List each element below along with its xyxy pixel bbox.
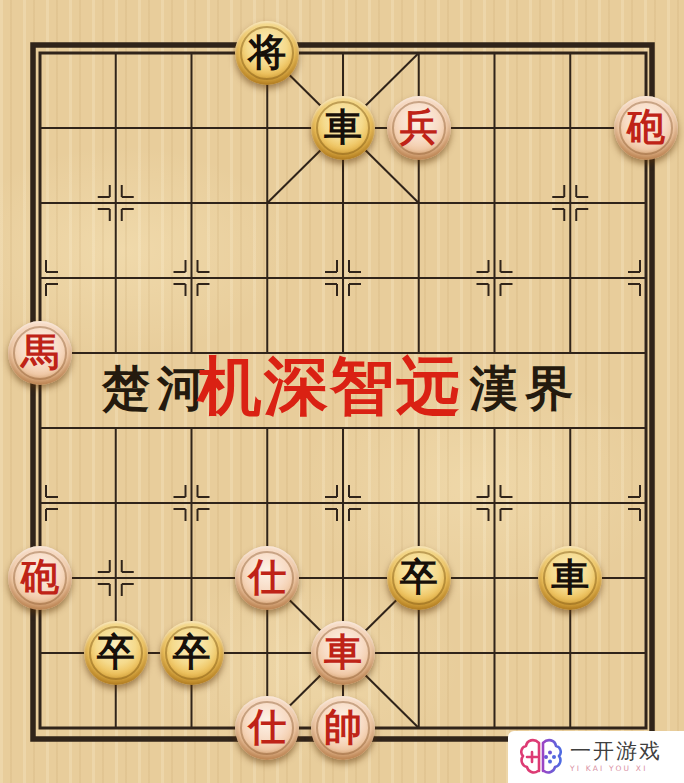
red-advisor[interactable]: 仕 — [235, 696, 299, 760]
pieces-layer: 将車兵砲馬砲仕卒車卒卒車仕帥 — [2, 16, 684, 766]
black-soldier[interactable]: 卒 — [387, 546, 451, 610]
black-soldier[interactable]: 卒 — [84, 621, 148, 685]
app-logo-watermark: 一开游戏 YI KAI YOU XI — [508, 731, 684, 783]
piece-glyph: 兵 — [400, 108, 438, 146]
piece-glyph: 将 — [248, 33, 286, 71]
piece-glyph: 車 — [324, 108, 362, 146]
piece-glyph: 砲 — [21, 558, 59, 596]
piece-glyph: 卒 — [400, 558, 438, 596]
piece-glyph: 砲 — [627, 108, 665, 146]
black-soldier[interactable]: 卒 — [160, 621, 224, 685]
logo-text: 一开游戏 YI KAI YOU XI — [570, 741, 662, 773]
red-soldier[interactable]: 兵 — [387, 96, 451, 160]
black-general[interactable]: 将 — [235, 21, 299, 85]
piece-glyph: 馬 — [21, 333, 59, 371]
red-advisor[interactable]: 仕 — [235, 546, 299, 610]
piece-glyph: 車 — [324, 633, 362, 671]
red-general[interactable]: 帥 — [311, 696, 375, 760]
red-chariot[interactable]: 車 — [311, 621, 375, 685]
piece-glyph: 仕 — [248, 708, 286, 746]
game-controller-brain-icon — [520, 737, 562, 777]
xiangqi-app: 楚河 机深智远 漢界 将車兵砲馬砲仕卒車卒卒車仕帥 一开游戏 YI KAI YO… — [0, 0, 684, 783]
black-chariot[interactable]: 車 — [538, 546, 602, 610]
piece-glyph: 車 — [551, 558, 589, 596]
piece-glyph: 仕 — [248, 558, 286, 596]
black-chariot[interactable]: 車 — [311, 96, 375, 160]
piece-glyph: 帥 — [324, 708, 362, 746]
logo-subtitle: YI KAI YOU XI — [570, 765, 662, 773]
red-horse[interactable]: 馬 — [8, 321, 72, 385]
red-cannon[interactable]: 砲 — [8, 546, 72, 610]
logo-name: 一开游戏 — [570, 741, 662, 762]
piece-glyph: 卒 — [97, 633, 135, 671]
red-cannon[interactable]: 砲 — [614, 96, 678, 160]
piece-glyph: 卒 — [173, 633, 211, 671]
